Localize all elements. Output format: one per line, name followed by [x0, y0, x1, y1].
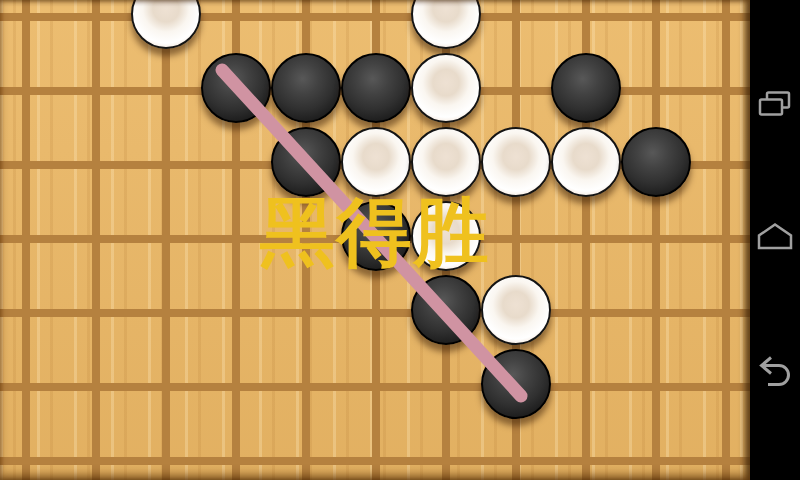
stone-black [621, 127, 691, 197]
stone-white [551, 127, 621, 197]
stone-black [271, 53, 341, 123]
grid-line-horizontal [0, 309, 750, 317]
recent-apps-button[interactable] [757, 90, 793, 118]
stone-white [411, 127, 481, 197]
home-icon [756, 221, 794, 251]
stone-white [341, 127, 411, 197]
recent-apps-icon [757, 90, 793, 118]
stone-white [481, 127, 551, 197]
app-screen: 黑得胜 [0, 0, 800, 480]
stone-white [411, 53, 481, 123]
back-icon [756, 353, 794, 393]
stone-black [341, 53, 411, 123]
back-button[interactable] [756, 353, 794, 393]
stone-white [131, 0, 201, 49]
stone-black [551, 53, 621, 123]
grid-line-horizontal [0, 457, 750, 465]
status-text: 黑得胜 [260, 195, 491, 270]
stone-black [481, 349, 551, 419]
stone-black [411, 275, 481, 345]
stone-white [481, 275, 551, 345]
grid-line-horizontal [0, 13, 750, 21]
stone-white [411, 0, 481, 49]
stone-black [271, 127, 341, 197]
stone-black [201, 53, 271, 123]
home-button[interactable] [756, 221, 794, 251]
grid-line-horizontal [0, 383, 750, 391]
board[interactable]: 黑得胜 [0, 0, 750, 480]
navigation-bar [750, 0, 800, 480]
